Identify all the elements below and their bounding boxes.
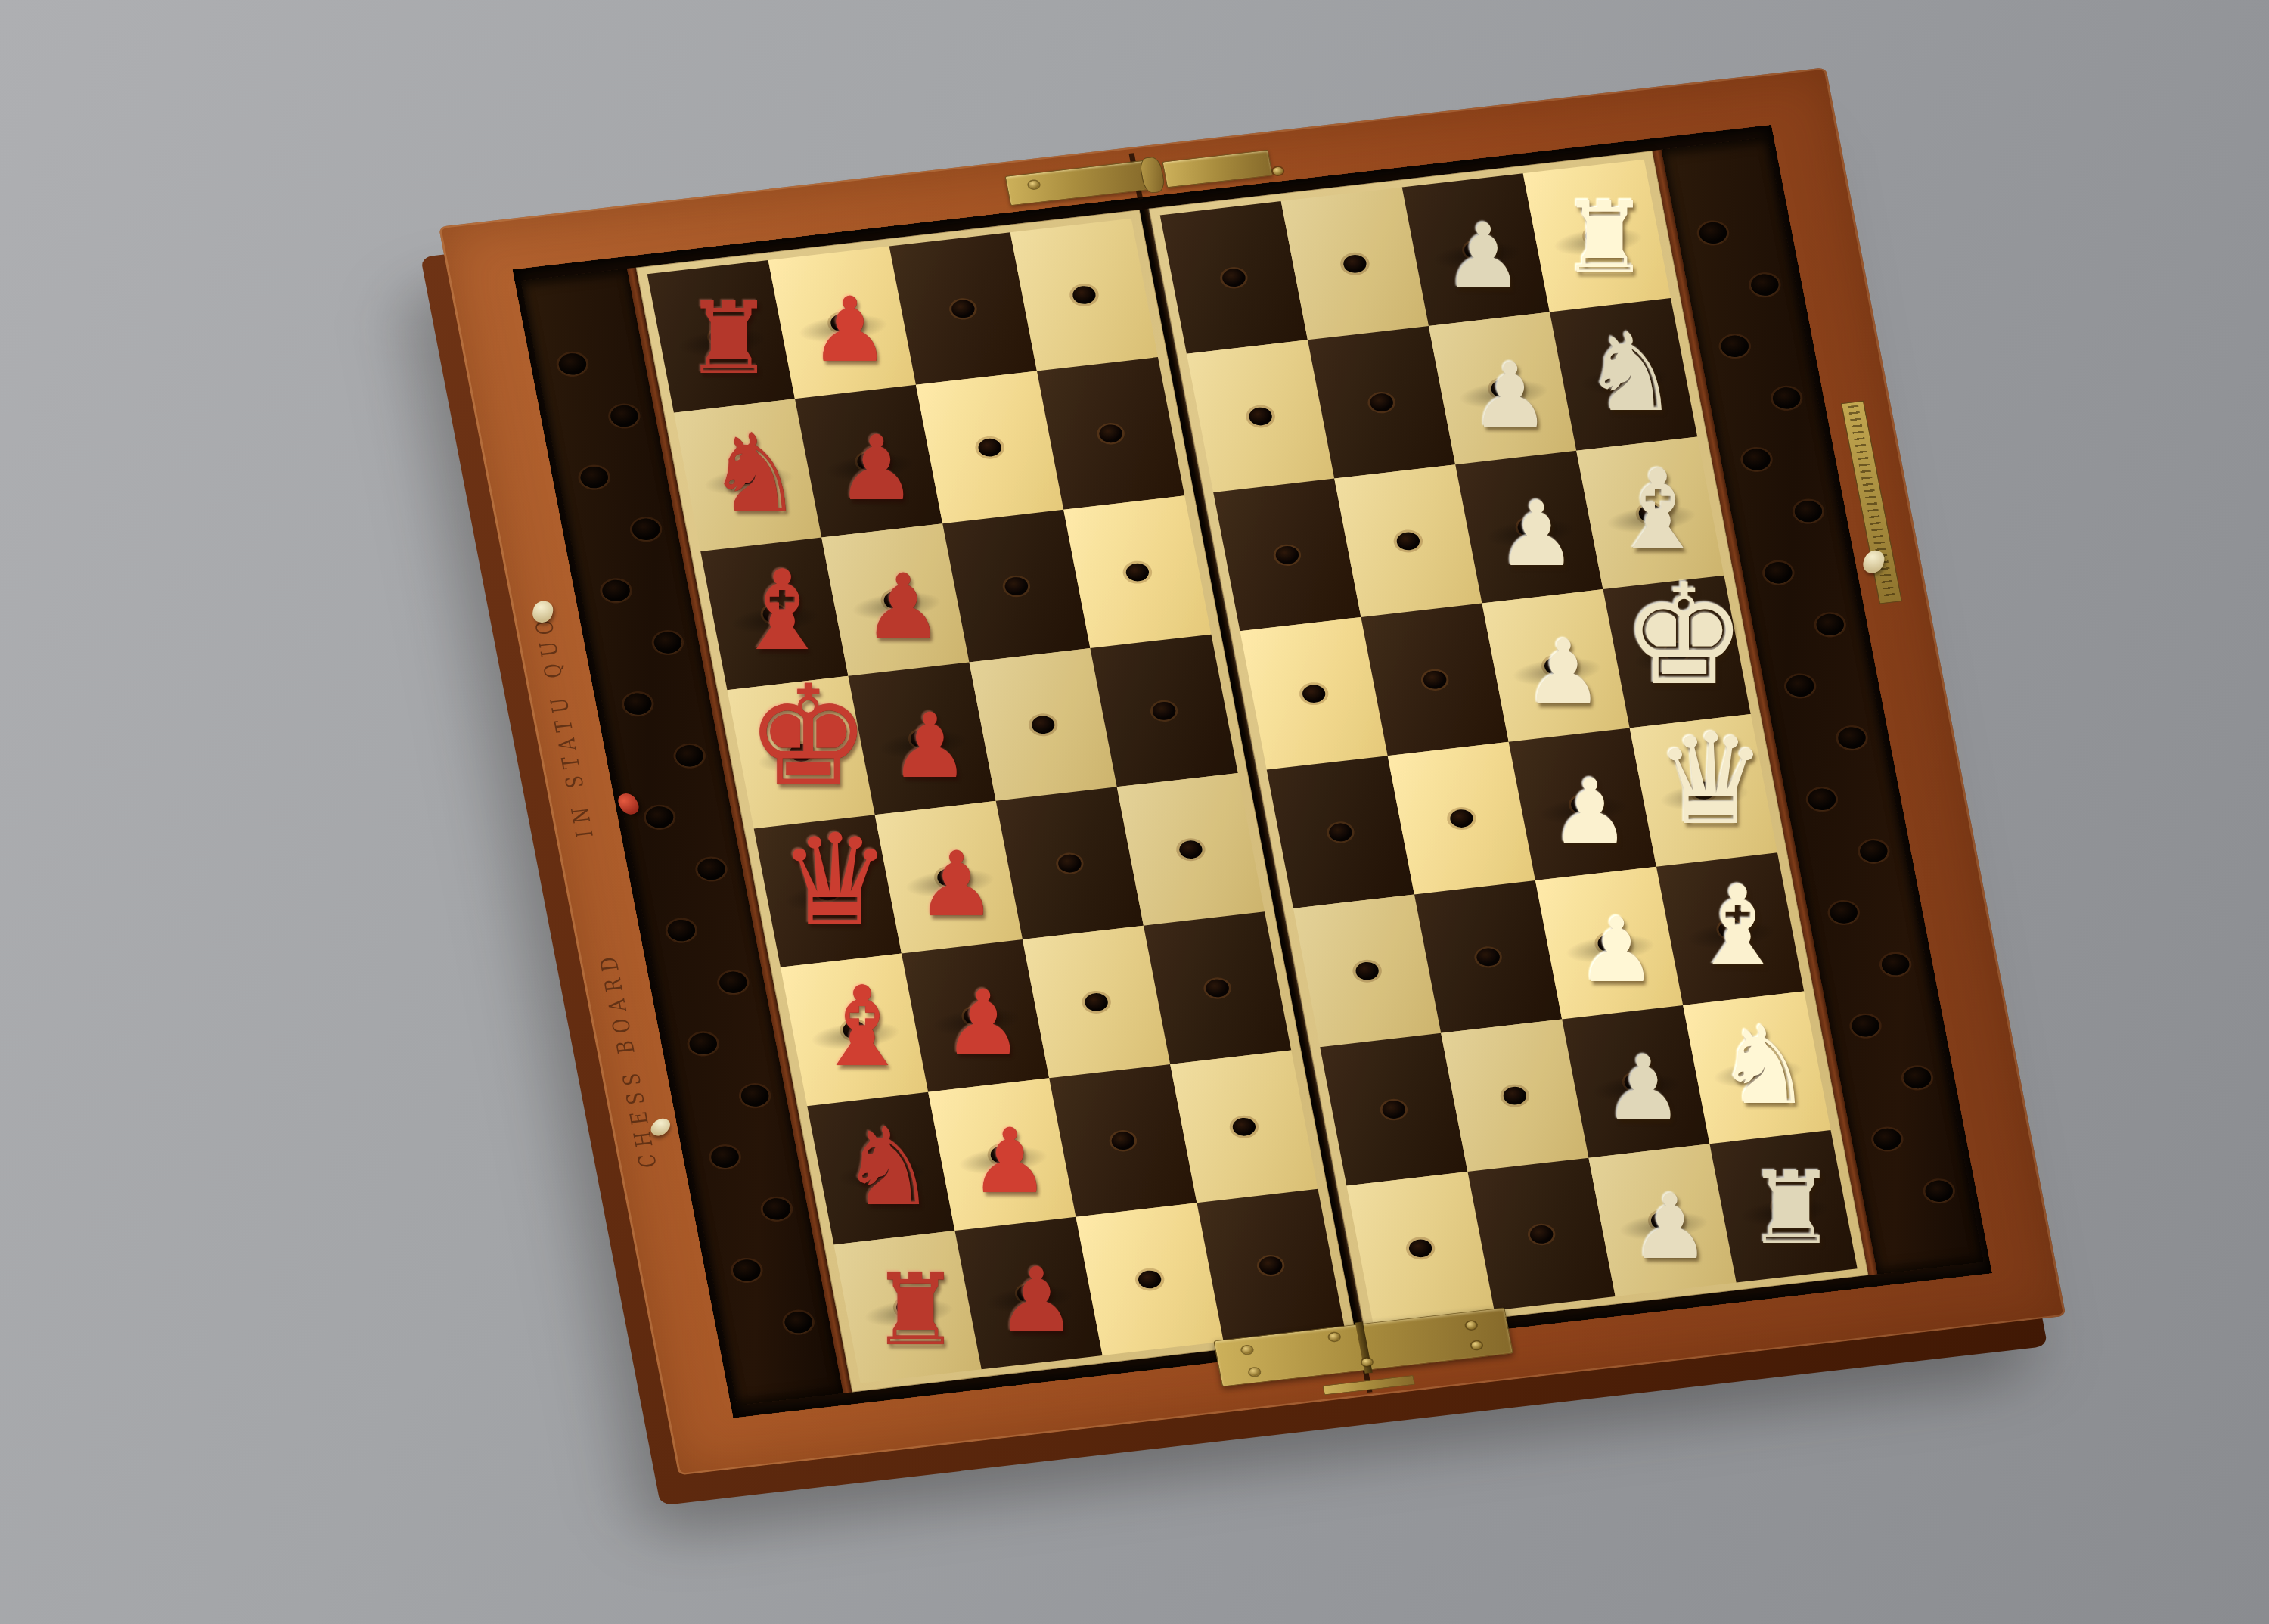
peg-hole — [1151, 700, 1178, 721]
tray-peg-hole — [666, 918, 697, 942]
square-r7c4[interactable] — [1170, 1051, 1318, 1203]
box: IN STATU QUO CHESS BOARD ♜♟♞♟♝♟♚♟♛♟♝♟♞♟♜… — [439, 67, 2066, 1475]
piece-ivory-knight[interactable]: ♞ — [1716, 1012, 1812, 1119]
tray-peg-hole — [1879, 952, 1910, 977]
square-r5c4[interactable] — [1117, 773, 1265, 926]
tray-peg-hole — [644, 805, 675, 829]
piece-ivory-pawn[interactable]: ♟ — [1631, 1182, 1711, 1272]
peg-hole — [1448, 808, 1475, 828]
piece-ivory-pawn[interactable]: ♟ — [1444, 212, 1524, 301]
piece-red-pawn[interactable]: ♟ — [863, 562, 943, 651]
hinge-rivet — [1471, 1341, 1482, 1350]
piece-red-pawn[interactable]: ♟ — [943, 978, 1023, 1067]
tray-peg-hole — [1836, 726, 1867, 750]
tray-peg-hole — [1784, 674, 1815, 698]
square-r4c8[interactable]: ♚ — [1603, 576, 1750, 728]
peg-hole — [1057, 853, 1083, 874]
peg-hole — [1097, 423, 1124, 443]
peg-hole — [1231, 1116, 1258, 1137]
tray-peg-hole — [557, 352, 588, 376]
peg-hole — [1327, 822, 1354, 843]
piece-anchor: ♝ — [1656, 852, 1804, 1005]
tray-peg-hole — [1771, 386, 1802, 410]
tray-peg-hole — [1872, 1127, 1903, 1151]
piece-ivory-pawn[interactable]: ♟ — [1497, 489, 1577, 579]
piece-red-pawn[interactable]: ♟ — [837, 424, 917, 513]
piece-ivory-bishop[interactable]: ♝ — [1608, 455, 1707, 565]
peg-hole — [1258, 1255, 1284, 1275]
peg-hole — [1204, 978, 1231, 998]
piece-ivory-pawn[interactable]: ♟ — [1524, 628, 1604, 717]
peg-hole — [1030, 714, 1057, 734]
tray-peg-hole — [1697, 221, 1728, 245]
peg-hole — [1221, 267, 1247, 287]
hinge-rivet — [1329, 1333, 1340, 1342]
tray-peg-hole — [1850, 1014, 1881, 1038]
square-r1c4[interactable] — [1010, 219, 1158, 371]
tray-peg-hole — [622, 692, 653, 716]
clasp-rivet — [1272, 166, 1283, 175]
tray-peg-hole — [761, 1197, 792, 1221]
tray-peg-hole — [1741, 447, 1772, 471]
tray-peg-hole — [739, 1083, 770, 1107]
tray-peg-hole — [1763, 560, 1794, 585]
piece-red-pawn[interactable]: ♟ — [917, 840, 997, 929]
piece-ivory-king[interactable]: ♚ — [1622, 566, 1746, 705]
square-r5c8[interactable]: ♛ — [1630, 714, 1777, 867]
piece-red-pawn[interactable]: ♟ — [970, 1116, 1050, 1206]
hinge-rivet — [1242, 1346, 1253, 1355]
piece-red-queen[interactable]: ♛ — [778, 818, 891, 944]
peg-hole — [1408, 1238, 1434, 1259]
peg-hole — [1125, 562, 1151, 582]
piece-anchor: ♚ — [1603, 576, 1750, 728]
piece-ivory-queen[interactable]: ♛ — [1654, 717, 1767, 843]
piece-red-bishop[interactable]: ♝ — [732, 555, 831, 666]
tray-peg-hole — [579, 465, 610, 489]
piece-anchor: ♜ — [1523, 160, 1671, 312]
piece-red-knight[interactable]: ♞ — [707, 420, 803, 527]
tray-peg-hole — [630, 517, 661, 542]
scene: IN STATU QUO CHESS BOARD ♜♟♞♟♝♟♚♟♛♟♝♟♞♟♜… — [0, 0, 2269, 1624]
piece-red-knight[interactable]: ♞ — [840, 1113, 936, 1220]
tray-peg-hole — [1814, 613, 1845, 637]
piece-anchor: ♞ — [1683, 992, 1830, 1144]
peg-hole — [1178, 839, 1204, 859]
tray-peg-hole — [1793, 499, 1824, 523]
piece-anchor: ♛ — [1630, 714, 1777, 867]
tray-peg-hole — [783, 1310, 814, 1334]
hinge-rivet — [1466, 1321, 1477, 1330]
piece-red-pawn[interactable]: ♟ — [810, 285, 890, 374]
peg-hole — [1071, 284, 1097, 305]
peg-hole — [1354, 961, 1380, 981]
peg-hole — [1502, 1085, 1529, 1106]
square-r3c4[interactable] — [1063, 495, 1211, 648]
piece-red-rook[interactable]: ♜ — [871, 1259, 960, 1359]
piece-ivory-pawn[interactable]: ♟ — [1550, 766, 1631, 855]
square-r2c8[interactable]: ♞ — [1550, 298, 1697, 451]
piece-anchor: ♞ — [1550, 298, 1697, 451]
tray-peg-hole — [1806, 787, 1837, 812]
square-r4c4[interactable] — [1090, 635, 1237, 787]
tray-peg-hole — [609, 404, 640, 428]
tray-peg-hole — [674, 744, 705, 768]
square-r1c8[interactable]: ♜ — [1523, 160, 1671, 312]
piece-red-bishop[interactable]: ♝ — [812, 971, 911, 1082]
peg-hole — [1083, 992, 1110, 1012]
square-r7c8[interactable]: ♞ — [1683, 992, 1830, 1144]
piece-ivory-pawn[interactable]: ♟ — [1603, 1044, 1684, 1133]
tray-peg-hole — [601, 579, 632, 603]
tray-peg-hole — [1719, 334, 1750, 359]
peg-hole — [1274, 545, 1301, 565]
clasp-rivet — [1029, 180, 1040, 189]
piece-ivory-bishop[interactable]: ♝ — [1688, 871, 1787, 981]
piece-ivory-rook[interactable]: ♜ — [1746, 1158, 1836, 1258]
peg-hole — [1301, 683, 1327, 703]
tray-peg-hole — [696, 857, 727, 881]
tray-peg-hole — [652, 630, 683, 654]
tray-peg-hole — [1749, 272, 1780, 297]
peg-hole — [1381, 1099, 1408, 1119]
square-r2c4[interactable] — [1037, 357, 1184, 510]
peg-hole — [1110, 1130, 1137, 1150]
piece-ivory-pawn[interactable]: ♟ — [1470, 351, 1550, 440]
peg-hole — [1342, 253, 1368, 274]
peg-hole — [1529, 1224, 1555, 1244]
tray-peg-hole — [718, 970, 749, 995]
square-r8c4[interactable] — [1197, 1189, 1344, 1342]
piece-ivory-rook[interactable]: ♜ — [1560, 188, 1649, 287]
piece-red-pawn[interactable]: ♟ — [890, 701, 970, 790]
square-r8c8[interactable]: ♜ — [1709, 1130, 1857, 1283]
tray-peg-hole — [1828, 900, 1859, 924]
tray-peg-hole — [1923, 1179, 1954, 1203]
top-clasp-plate-right[interactable] — [1162, 150, 1274, 188]
peg-hole — [950, 299, 976, 319]
hinge-knuckle — [1355, 1322, 1372, 1374]
peg-hole — [976, 437, 1003, 458]
tray-peg-hole — [731, 1258, 762, 1282]
tray-peg-hole — [1901, 1066, 1932, 1090]
peg-hole — [1004, 576, 1030, 596]
tray-peg-hole — [709, 1145, 740, 1169]
peg-hole — [1368, 392, 1395, 412]
piece-red-pawn[interactable]: ♟ — [997, 1256, 1077, 1345]
peg-hole — [1137, 1269, 1163, 1290]
tray-peg-hole — [688, 1032, 719, 1056]
peg-hole — [1247, 406, 1274, 427]
peg-hole — [1475, 947, 1501, 967]
piece-ivory-pawn[interactable]: ♟ — [1577, 905, 1657, 995]
piece-red-rook[interactable]: ♜ — [684, 288, 773, 388]
tray-peg-hole — [1858, 839, 1889, 863]
piece-anchor: ♜ — [1709, 1130, 1857, 1283]
square-r6c8[interactable]: ♝ — [1656, 852, 1804, 1005]
piece-ivory-knight[interactable]: ♞ — [1583, 319, 1679, 427]
peg-hole — [1395, 531, 1422, 551]
hinge-rivet — [1249, 1368, 1260, 1377]
square-r6c4[interactable] — [1144, 911, 1291, 1064]
box-well: ♜♟♞♟♝♟♚♟♛♟♝♟♞♟♜♟ ♟♜♟♞♟♝♟♚♟♛♟♝♟♞♟♜ — [513, 125, 1992, 1418]
peg-hole — [1422, 669, 1448, 690]
